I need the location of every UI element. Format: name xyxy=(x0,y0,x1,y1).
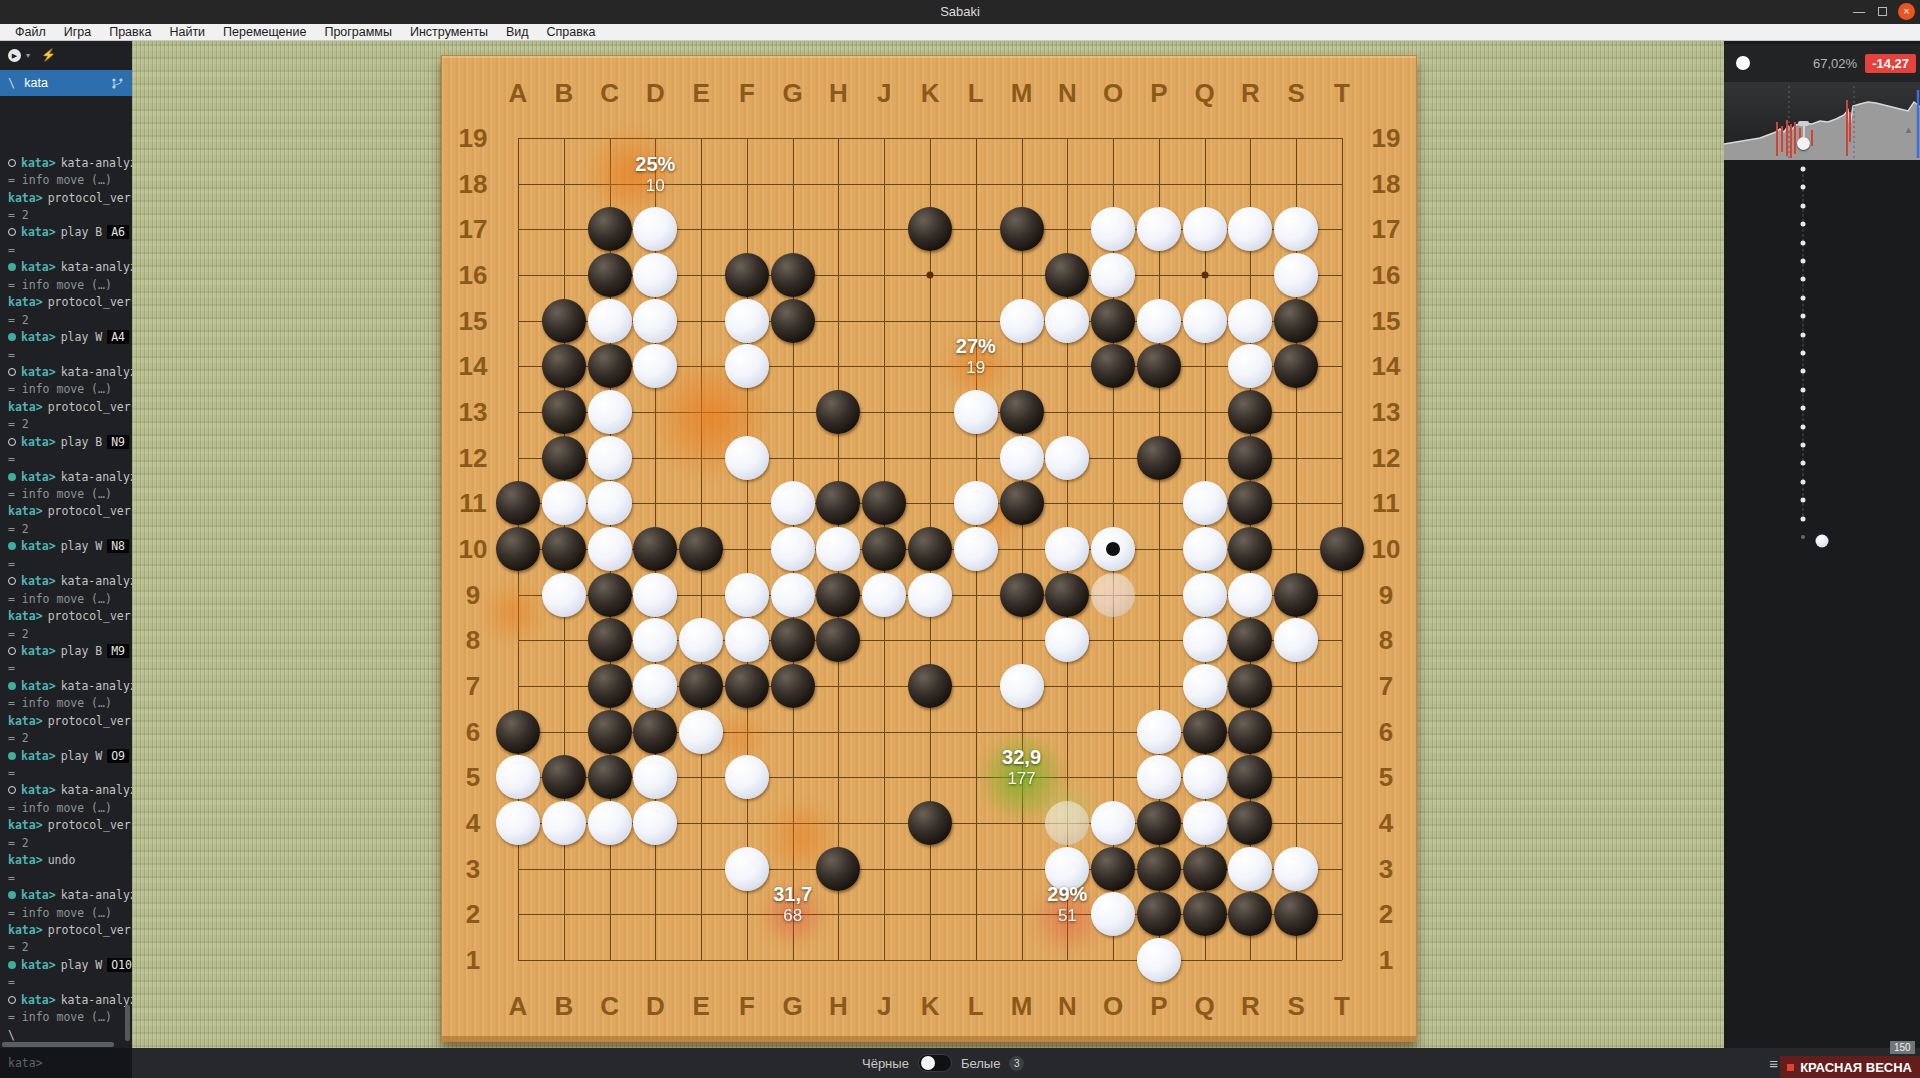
white-stone-B9[interactable] xyxy=(542,573,586,617)
move-node-grey[interactable] xyxy=(1801,535,1805,539)
coord-letter-top: R xyxy=(1241,78,1260,109)
white-engine-icon xyxy=(8,961,16,969)
menu-0[interactable]: Файл xyxy=(6,24,55,41)
white-stone-O4[interactable] xyxy=(1091,801,1135,845)
prompt: kata> xyxy=(8,818,43,832)
white-stone-F14[interactable] xyxy=(725,344,769,388)
prompt: kata> xyxy=(21,783,56,797)
white-engine-icon xyxy=(8,333,16,341)
console-text: protocol_version xyxy=(48,609,132,623)
black-stone-B12[interactable] xyxy=(542,436,586,480)
black-stone-K7[interactable] xyxy=(908,664,952,708)
black-engine-icon xyxy=(8,786,16,794)
black-engine-icon xyxy=(8,996,16,1004)
white-stone-D8[interactable] xyxy=(633,618,677,662)
black-stone-J11[interactable] xyxy=(862,481,906,525)
hamburger-menu-icon[interactable]: ≡ xyxy=(1769,1055,1778,1072)
coord-badge: M9 xyxy=(107,644,129,658)
black-stone-R11[interactable] xyxy=(1228,481,1272,525)
maximize-button[interactable] xyxy=(1873,4,1891,20)
black-stone-C6[interactable] xyxy=(588,710,632,754)
coord-letter-bottom: F xyxy=(739,991,755,1022)
prompt: kata> xyxy=(21,749,56,763)
white-stone-R15[interactable] xyxy=(1228,299,1272,343)
scroll-up-icon[interactable]: ▲ xyxy=(1904,125,1913,135)
black-stone-M13[interactable] xyxy=(1000,390,1044,434)
vertical-scrollbar[interactable] xyxy=(125,1005,130,1041)
prompt: kata> xyxy=(21,365,56,379)
console-text: = info move (…) xyxy=(8,592,112,606)
white-stone-C13[interactable] xyxy=(588,390,632,434)
white-stone-A4[interactable] xyxy=(496,801,540,845)
white-stone-O17[interactable] xyxy=(1091,207,1135,251)
console-line: kata>play BA6 xyxy=(0,224,132,241)
engine-list-item[interactable]: \ kata xyxy=(0,70,132,96)
console-line: kata>kata-analyze B xyxy=(0,991,132,1008)
console-line: = 2 xyxy=(0,416,132,433)
star-point xyxy=(927,272,934,279)
console-text: = 2 xyxy=(8,836,29,850)
black-stone-B14[interactable] xyxy=(542,344,586,388)
white-stone-Q10[interactable] xyxy=(1183,527,1227,571)
black-stone-H8[interactable] xyxy=(816,618,860,662)
prompt: kata> xyxy=(8,191,43,205)
white-stone-D14[interactable] xyxy=(633,344,677,388)
prompt: kata> xyxy=(8,609,43,623)
black-engine-icon xyxy=(8,577,16,585)
console-text: play B xyxy=(61,225,103,239)
white-stone-R3[interactable] xyxy=(1228,847,1272,891)
black-stone-Q2[interactable] xyxy=(1183,892,1227,936)
white-stone-K9[interactable] xyxy=(908,573,952,617)
white-stone-D9[interactable] xyxy=(633,573,677,617)
console-text: play W xyxy=(61,330,103,344)
black-stone-D6[interactable] xyxy=(633,710,677,754)
white-stone-M12[interactable] xyxy=(1000,436,1044,480)
black-stone-A6[interactable] xyxy=(496,710,540,754)
black-stone-A10[interactable] xyxy=(496,527,540,571)
black-stone-R10[interactable] xyxy=(1228,527,1272,571)
console-line: kata>play BN9 xyxy=(0,433,132,450)
console-line: = 2 xyxy=(0,520,132,537)
watermark-text: КРАСНАЯ ВЕСНА xyxy=(1800,1060,1912,1075)
prompt: kata> xyxy=(21,888,56,902)
coord-number-left: 10 xyxy=(459,534,488,565)
black-stone-N16[interactable] xyxy=(1045,253,1089,297)
black-stone-B13[interactable] xyxy=(542,390,586,434)
white-stone-D17[interactable] xyxy=(633,207,677,251)
black-stone-H3[interactable] xyxy=(816,847,860,891)
white-stone-F15[interactable] xyxy=(725,299,769,343)
coord-number-left: 16 xyxy=(459,260,488,291)
ghost-stone-N4[interactable] xyxy=(1045,801,1089,845)
black-stone-P2[interactable] xyxy=(1137,892,1181,936)
black-stone-C5[interactable] xyxy=(588,755,632,799)
prompt: kata> xyxy=(21,470,56,484)
console-line: kata>protocol_version xyxy=(0,503,132,520)
black-stone-B5[interactable] xyxy=(542,755,586,799)
white-stone-B11[interactable] xyxy=(542,481,586,525)
white-stone-P5[interactable] xyxy=(1137,755,1181,799)
score-lead-badge: -14,27 xyxy=(1865,54,1916,73)
menu-1[interactable]: Игра xyxy=(55,24,100,41)
black-stone-S15[interactable] xyxy=(1274,299,1318,343)
black-stone-E7[interactable] xyxy=(679,664,723,708)
player-toggle-group: Чёрные Белые 3 xyxy=(862,1054,1024,1072)
winrate-header: 67,02% -14,27 xyxy=(1724,44,1920,82)
engine-play-icon[interactable]: ▶ xyxy=(8,49,21,62)
black-stone-R5[interactable] xyxy=(1228,755,1272,799)
console-line: = 2 xyxy=(0,206,132,223)
black-stone-K17[interactable] xyxy=(908,207,952,251)
player-toggle[interactable] xyxy=(918,1054,952,1072)
coord-number-left: 1 xyxy=(466,945,480,976)
black-stone-G7[interactable] xyxy=(771,664,815,708)
console-text: play W xyxy=(61,749,103,763)
close-button[interactable]: × xyxy=(1898,3,1915,20)
white-stone-C11[interactable] xyxy=(588,481,632,525)
coord-letter-bottom: C xyxy=(600,991,619,1022)
menu-4[interactable]: Перемещение xyxy=(214,24,315,41)
coord-letter-top: S xyxy=(1288,78,1305,109)
prompt: kata> xyxy=(21,330,56,344)
console-line: = 2 xyxy=(0,939,132,956)
star-point xyxy=(1201,272,1208,279)
white-stone-S8[interactable] xyxy=(1274,618,1318,662)
white-stone-C12[interactable] xyxy=(588,436,632,480)
console-text: = info move (…) xyxy=(8,1010,112,1024)
white-stone-R17[interactable] xyxy=(1228,207,1272,251)
black-stone-K10[interactable] xyxy=(908,527,952,571)
black-stone-C9[interactable] xyxy=(588,573,632,617)
white-stone-N15[interactable] xyxy=(1045,299,1089,343)
white-stone-Q8[interactable] xyxy=(1183,618,1227,662)
coord-letter-top: C xyxy=(600,78,619,109)
black-stone-Q3[interactable] xyxy=(1183,847,1227,891)
console-text: protocol_version xyxy=(48,400,132,414)
white-engine-icon xyxy=(8,542,16,550)
white-stone-O16[interactable] xyxy=(1091,253,1135,297)
black-stone-P4[interactable] xyxy=(1137,801,1181,845)
menu-3[interactable]: Найти xyxy=(160,24,214,41)
white-stone-Q5[interactable] xyxy=(1183,755,1227,799)
coord-number-right: 10 xyxy=(1372,534,1401,565)
console-text: play W xyxy=(61,958,103,972)
black-stone-M17[interactable] xyxy=(1000,207,1044,251)
black-stone-Q6[interactable] xyxy=(1183,710,1227,754)
white-stone-C10[interactable] xyxy=(588,527,632,571)
white-stone-Q11[interactable] xyxy=(1183,481,1227,525)
black-stone-C7[interactable] xyxy=(588,664,632,708)
black-stone-H9[interactable] xyxy=(816,573,860,617)
black-stone-R2[interactable] xyxy=(1228,892,1272,936)
black-stone-J10[interactable] xyxy=(862,527,906,571)
coord-number-left: 4 xyxy=(466,808,480,839)
white-stone-O2[interactable] xyxy=(1091,892,1135,936)
white-stone-F8[interactable] xyxy=(725,618,769,662)
menu-6[interactable]: Инструменты xyxy=(401,24,497,41)
console-line: kata>play BM9 xyxy=(0,642,132,659)
black-stone-H11[interactable] xyxy=(816,481,860,525)
black-stone-T10[interactable] xyxy=(1320,527,1364,571)
coord-number-left: 13 xyxy=(459,397,488,428)
white-stone-H10[interactable] xyxy=(816,527,860,571)
coord-letter-top: L xyxy=(968,78,984,109)
white-stone-P1[interactable] xyxy=(1137,938,1181,982)
white-stone-F12[interactable] xyxy=(725,436,769,480)
ghost-stone-O9[interactable] xyxy=(1091,573,1135,617)
white-stone-Q4[interactable] xyxy=(1183,801,1227,845)
white-player-label: Белые xyxy=(961,1056,1001,1071)
white-stone-L13[interactable] xyxy=(954,390,998,434)
horizontal-scrollbar[interactable] xyxy=(2,1042,114,1047)
console-line: = xyxy=(0,974,132,991)
white-stone-M7[interactable] xyxy=(1000,664,1044,708)
menu-8[interactable]: Справка xyxy=(538,24,605,41)
player-toggle-bar: Чёрные Белые 3 ≡ xyxy=(132,1048,1920,1078)
white-stone-E6[interactable] xyxy=(679,710,723,754)
console-line: kata>protocol_version xyxy=(0,398,132,415)
coord-number-left: 3 xyxy=(466,853,480,884)
console-log[interactable]: kata>kata-analyze B= info move (…)kata>p… xyxy=(0,154,132,1043)
console-line: kata>play WA4 xyxy=(0,328,132,345)
white-stone-F3[interactable] xyxy=(725,847,769,891)
console-text: = xyxy=(8,661,15,675)
white-stone-N12[interactable] xyxy=(1045,436,1089,480)
black-stone-E10[interactable] xyxy=(679,527,723,571)
white-stone-P17[interactable] xyxy=(1137,207,1181,251)
console-text: protocol_version xyxy=(48,191,132,205)
white-stone-J9[interactable] xyxy=(862,573,906,617)
black-stone-C17[interactable] xyxy=(588,207,632,251)
black-stone-R13[interactable] xyxy=(1228,390,1272,434)
prompt: kata> xyxy=(21,539,56,553)
white-stone-D15[interactable] xyxy=(633,299,677,343)
menu-7[interactable]: Вид xyxy=(497,24,538,41)
black-stone-A11[interactable] xyxy=(496,481,540,525)
console-line: kata>undo xyxy=(0,852,132,869)
white-stone-S17[interactable] xyxy=(1274,207,1318,251)
white-stone-R9[interactable] xyxy=(1228,573,1272,617)
black-stone-K4[interactable] xyxy=(908,801,952,845)
console-text: kata-analyze W xyxy=(61,260,132,274)
black-stone-B10[interactable] xyxy=(542,527,586,571)
coord-letter-bottom: M xyxy=(1011,991,1033,1022)
white-stone-G11[interactable] xyxy=(771,481,815,525)
black-stone-G8[interactable] xyxy=(771,618,815,662)
white-stone-G10[interactable] xyxy=(771,527,815,571)
black-player-label: Чёрные xyxy=(862,1056,909,1071)
coord-letter-top: F xyxy=(739,78,755,109)
black-stone-N9[interactable] xyxy=(1045,573,1089,617)
white-stone-Q17[interactable] xyxy=(1183,207,1227,251)
coord-badge: O10 xyxy=(107,958,132,972)
black-stone-R6[interactable] xyxy=(1228,710,1272,754)
prompt: kata> xyxy=(21,993,56,1007)
coord-letter-bottom: G xyxy=(783,991,803,1022)
analysis-label-N2: 29%51 xyxy=(1047,884,1087,924)
black-stone-F16[interactable] xyxy=(725,253,769,297)
console-text: kata-analyze B xyxy=(61,993,132,1007)
black-stone-G16[interactable] xyxy=(771,253,815,297)
black-stone-M11[interactable] xyxy=(1000,481,1044,525)
coord-letter-bottom: E xyxy=(692,991,709,1022)
console-line: = info move (…) xyxy=(0,485,132,502)
prompt: kata> xyxy=(21,260,56,274)
console-text: = 2 xyxy=(8,627,29,641)
prompt: kata> xyxy=(8,295,43,309)
console-text: kata-analyze W xyxy=(61,888,132,902)
black-stone-R8[interactable] xyxy=(1228,618,1272,662)
coord-letter-bottom: P xyxy=(1150,991,1167,1022)
title-bar: Sabaki — × xyxy=(0,0,1920,24)
white-stone-D4[interactable] xyxy=(633,801,677,845)
console-text: = 2 xyxy=(8,208,29,222)
white-stone-F9[interactable] xyxy=(725,573,769,617)
white-stone-D5[interactable] xyxy=(633,755,677,799)
white-stone-A5[interactable] xyxy=(496,755,540,799)
white-stone-D16[interactable] xyxy=(633,253,677,297)
black-stone-O14[interactable] xyxy=(1091,344,1135,388)
console-line: = xyxy=(0,346,132,363)
console-text: = info move (…) xyxy=(8,696,112,710)
black-stone-F7[interactable] xyxy=(725,664,769,708)
coord-letter-bottom: R xyxy=(1241,991,1260,1022)
console-text: kata-analyze B xyxy=(61,365,132,379)
black-stone-H13[interactable] xyxy=(816,390,860,434)
console-line: = 2 xyxy=(0,311,132,328)
menu-2[interactable]: Правка xyxy=(100,24,160,41)
white-stone-B4[interactable] xyxy=(542,801,586,845)
coord-letter-top: O xyxy=(1103,78,1123,109)
console-line: kata>protocol_version xyxy=(0,921,132,938)
console-text: play W xyxy=(61,539,103,553)
coord-letter-bottom: S xyxy=(1288,991,1305,1022)
console-line: kata>kata-analyze B xyxy=(0,782,132,799)
console-line: = info move (…) xyxy=(0,171,132,188)
coord-number-right: 12 xyxy=(1372,442,1401,473)
white-stone-C15[interactable] xyxy=(588,299,632,343)
white-stone-L11[interactable] xyxy=(954,481,998,525)
white-stone-Q7[interactable] xyxy=(1183,664,1227,708)
coord-badge: N8 xyxy=(107,539,129,553)
coord-number-left: 12 xyxy=(459,442,488,473)
white-stone-P15[interactable] xyxy=(1137,299,1181,343)
black-stone-S14[interactable] xyxy=(1274,344,1318,388)
toggle-knob xyxy=(921,1056,935,1070)
coord-letter-bottom: K xyxy=(921,991,940,1022)
white-stone-C4[interactable] xyxy=(588,801,632,845)
console-input[interactable] xyxy=(8,1056,118,1070)
console-toolbar: ▶ ▾ ⚡ xyxy=(0,45,132,65)
minimize-button[interactable]: — xyxy=(1850,4,1868,20)
black-stone-S9[interactable] xyxy=(1274,573,1318,617)
console-line: = info move (…) xyxy=(0,695,132,712)
white-stone-N10[interactable] xyxy=(1045,527,1089,571)
coord-letter-bottom: J xyxy=(877,991,891,1022)
lightning-icon[interactable]: ⚡ xyxy=(41,48,56,62)
coord-number-left: 18 xyxy=(459,168,488,199)
white-stone-S3[interactable] xyxy=(1274,847,1318,891)
menu-5[interactable]: Программы xyxy=(315,24,401,41)
coord-letter-bottom: B xyxy=(554,991,573,1022)
white-player-icon xyxy=(1736,56,1750,70)
engine-slash: \ xyxy=(8,76,15,90)
white-stone-S16[interactable] xyxy=(1274,253,1318,297)
white-stone-F5[interactable] xyxy=(725,755,769,799)
coord-letter-top: E xyxy=(692,78,709,109)
white-stone-M15[interactable] xyxy=(1000,299,1044,343)
black-stone-M9[interactable] xyxy=(1000,573,1044,617)
console-line: kata>protocol_version xyxy=(0,294,132,311)
black-stone-S2[interactable] xyxy=(1274,892,1318,936)
black-engine-icon xyxy=(8,438,16,446)
black-stone-P12[interactable] xyxy=(1137,436,1181,480)
white-stone-G9[interactable] xyxy=(771,573,815,617)
black-stone-O3[interactable] xyxy=(1091,847,1135,891)
engine-name: kata xyxy=(24,76,111,90)
coord-number-right: 16 xyxy=(1372,260,1401,291)
black-stone-R4[interactable] xyxy=(1228,801,1272,845)
chevron-down-icon[interactable]: ▾ xyxy=(26,51,30,60)
coord-number-left: 7 xyxy=(466,671,480,702)
black-stone-O15[interactable] xyxy=(1091,299,1135,343)
move-tree[interactable] xyxy=(1724,41,1920,1078)
white-stone-N8[interactable] xyxy=(1045,618,1089,662)
prompt: kata> xyxy=(21,156,56,170)
black-stone-R7[interactable] xyxy=(1228,664,1272,708)
black-stone-G15[interactable] xyxy=(771,299,815,343)
black-stone-C14[interactable] xyxy=(588,344,632,388)
coord-letter-top: P xyxy=(1150,78,1167,109)
winrate-graph[interactable] xyxy=(1724,82,1920,160)
black-stone-B15[interactable] xyxy=(542,299,586,343)
console-line: kata>kata-analyze W xyxy=(0,677,132,694)
white-stone-Q9[interactable] xyxy=(1183,573,1227,617)
coord-badge: O9 xyxy=(107,749,129,763)
black-stone-R12[interactable] xyxy=(1228,436,1272,480)
coord-number-right: 5 xyxy=(1379,762,1393,793)
black-engine-icon xyxy=(8,228,16,236)
white-stone-R14[interactable] xyxy=(1228,344,1272,388)
coord-letter-top: B xyxy=(554,78,573,109)
white-stone-L10[interactable] xyxy=(954,527,998,571)
app-window: Sabaki — × ФайлИграПравкаНайтиПеремещени… xyxy=(0,0,1920,1078)
console-line: = xyxy=(0,555,132,572)
console-line: = xyxy=(0,764,132,781)
coord-letter-top: N xyxy=(1058,78,1077,109)
go-board[interactable]: AA1919BB1818CC1717DD1616EE1515FF1414GG13… xyxy=(441,55,1417,1042)
current-move-node[interactable] xyxy=(1816,535,1829,548)
analysis-label-D18: 25%10 xyxy=(635,154,675,194)
black-stone-P14[interactable] xyxy=(1137,344,1181,388)
console-text: protocol_version xyxy=(48,504,132,518)
white-stone-D7[interactable] xyxy=(633,664,677,708)
white-stone-Q15[interactable] xyxy=(1183,299,1227,343)
coord-letter-bottom: L xyxy=(968,991,984,1022)
black-stone-C16[interactable] xyxy=(588,253,632,297)
black-stone-P3[interactable] xyxy=(1137,847,1181,891)
console-text: kata-analyze W xyxy=(61,470,132,484)
black-stone-C8[interactable] xyxy=(588,618,632,662)
console-line: = info move (…) xyxy=(0,276,132,293)
coord-badge: A4 xyxy=(107,330,129,344)
prompt: kata> xyxy=(21,435,56,449)
white-stone-P6[interactable] xyxy=(1137,710,1181,754)
console-text: play B xyxy=(61,435,103,449)
white-stone-E8[interactable] xyxy=(679,618,723,662)
black-stone-D10[interactable] xyxy=(633,527,677,571)
